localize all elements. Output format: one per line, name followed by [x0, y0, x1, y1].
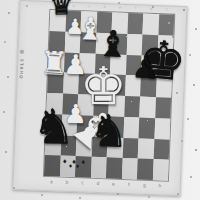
- piece-black-king-h5: ♚: [137, 32, 188, 88]
- file-label-top-f: f: [128, 6, 144, 11]
- file-label-bottom-a: a: [44, 179, 60, 185]
- file-label-top-a: a: [50, 3, 66, 8]
- file-label-bottom-c: c: [75, 180, 91, 186]
- square-h4: [155, 97, 171, 118]
- file-label-bottom-g: g: [137, 182, 153, 188]
- file-label-top-b: b: [66, 4, 82, 9]
- square-h2: [153, 139, 169, 160]
- file-label-top-e: e: [112, 5, 128, 10]
- square-h1: [152, 159, 168, 180]
- file-label-top-d: d: [97, 5, 113, 10]
- square-a8: ♛: [50, 10, 66, 31]
- square-h5: ♚: [156, 76, 172, 97]
- chess-mat: ◎ STAHO abcdefgh ♛♟♝♝♜♟♟♚♚♟♞♝♞ ♦ ♦ ♦ ♦ ♦…: [12, 0, 187, 196]
- square-b5: ♟: [63, 73, 79, 94]
- dust-specks: [0, 0, 1, 1]
- square-e1: [106, 158, 122, 179]
- file-label-top-g: g: [143, 7, 159, 12]
- square-g3: [138, 117, 154, 138]
- file-label-top-c: c: [81, 4, 97, 9]
- photo-background: ◎ STAHO abcdefgh ♛♟♝♝♜♟♟♚♚♟♞♝♞ ♦ ♦ ♦ ♦ ♦…: [0, 0, 200, 200]
- table-speckles: [0, 0, 2, 2]
- square-h3: [154, 118, 170, 139]
- square-a5: ♜: [47, 72, 63, 93]
- file-label-bottom-h: h: [152, 183, 168, 189]
- square-g4: [139, 97, 155, 118]
- square-g1: [137, 159, 153, 180]
- file-label-bottom-f: f: [121, 182, 137, 188]
- brand-logo-icon: ◎: [20, 49, 25, 54]
- piece-black-knight-d2: ♞: [88, 109, 129, 154]
- square-d2: ♞: [91, 136, 107, 157]
- brand-text: STAHO: [19, 59, 25, 80]
- file-labels-bottom: abcdefgh: [44, 179, 168, 189]
- square-a1: [44, 155, 60, 176]
- square-g2: [138, 138, 154, 159]
- chess-board: ♛♟♝♝♜♟♟♚♚♟♞♝♞: [44, 10, 174, 181]
- file-label-bottom-e: e: [106, 181, 122, 187]
- square-f1: [121, 158, 137, 179]
- file-label-top-h: h: [159, 7, 175, 12]
- file-label-bottom-d: d: [90, 181, 106, 187]
- file-label-bottom-b: b: [59, 179, 75, 185]
